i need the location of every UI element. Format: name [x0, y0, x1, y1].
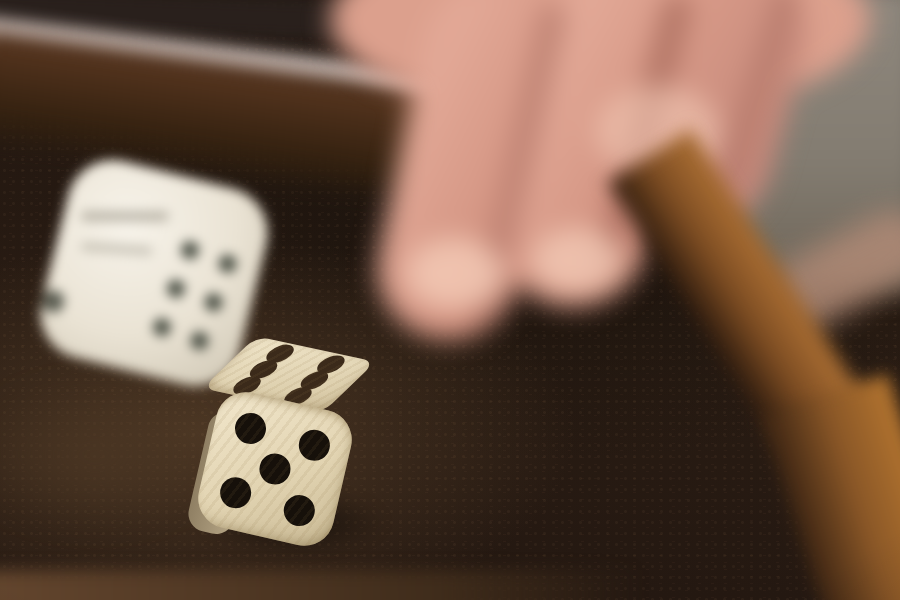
die-pip — [232, 409, 269, 446]
die-pip — [151, 316, 174, 339]
die-pip — [165, 277, 188, 300]
die-pip — [281, 491, 318, 528]
die-pip — [179, 238, 202, 261]
fingertip-highlight — [406, 238, 504, 310]
foreground-die — [196, 336, 382, 544]
tray-front-edge — [0, 570, 640, 600]
die-pip — [256, 450, 293, 487]
die-pip — [217, 474, 254, 511]
dice-throw-photo — [0, 0, 900, 600]
die-pip — [216, 252, 239, 275]
motion-blur-streak — [81, 211, 169, 221]
die-pip — [296, 427, 333, 464]
fingertip-highlight — [532, 228, 624, 294]
die-pip — [202, 291, 225, 314]
